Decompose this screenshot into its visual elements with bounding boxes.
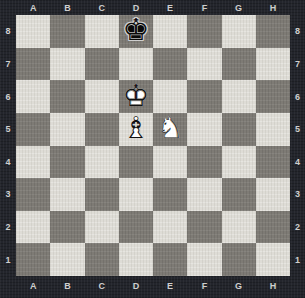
square-f8[interactable] [187, 15, 221, 48]
square-c5[interactable] [85, 113, 119, 146]
square-c1[interactable] [85, 243, 119, 276]
square-d2[interactable] [119, 211, 153, 244]
rank-label: 4 [0, 146, 16, 179]
rank-label: 2 [0, 211, 16, 244]
file-label: B [50, 0, 84, 15]
rank-label: 5 [0, 113, 16, 146]
file-label: C [85, 276, 119, 296]
square-h7[interactable] [256, 48, 290, 81]
knight-outline-glyph: ♘ [157, 113, 184, 143]
square-b3[interactable] [50, 178, 84, 211]
square-a4[interactable] [16, 146, 50, 179]
square-h5[interactable] [256, 113, 290, 146]
file-label: C [85, 0, 119, 15]
bishop-outline-glyph: ♗ [122, 113, 149, 143]
square-e2[interactable] [153, 211, 187, 244]
square-d4[interactable] [119, 146, 153, 179]
rank-label: 1 [290, 243, 305, 276]
square-b2[interactable] [50, 211, 84, 244]
rank-label: 3 [0, 178, 16, 211]
rank-label: 3 [290, 178, 305, 211]
square-h3[interactable] [256, 178, 290, 211]
square-a8[interactable] [16, 15, 50, 48]
square-a7[interactable] [16, 48, 50, 81]
square-e7[interactable] [153, 48, 187, 81]
rank-label: 6 [290, 80, 305, 113]
square-b6[interactable] [50, 80, 84, 113]
square-g4[interactable] [222, 146, 256, 179]
piece-white-knight[interactable]: ♞♘ [153, 113, 187, 146]
chess-board: ♚♚♔♝♗♞♘ [16, 15, 290, 276]
file-label: F [187, 0, 221, 15]
rank-label: 7 [290, 48, 305, 81]
square-f2[interactable] [187, 211, 221, 244]
square-a3[interactable] [16, 178, 50, 211]
rank-labels-left: 87654321 [0, 15, 16, 276]
square-d1[interactable] [119, 243, 153, 276]
square-g2[interactable] [222, 211, 256, 244]
rank-label: 2 [290, 211, 305, 244]
square-c3[interactable] [85, 178, 119, 211]
square-c2[interactable] [85, 211, 119, 244]
square-e6[interactable] [153, 80, 187, 113]
file-label: A [16, 276, 50, 296]
square-f1[interactable] [187, 243, 221, 276]
square-h4[interactable] [256, 146, 290, 179]
square-f6[interactable] [187, 80, 221, 113]
square-g7[interactable] [222, 48, 256, 81]
square-c4[interactable] [85, 146, 119, 179]
file-labels-top: ABCDEFGH [16, 0, 290, 15]
square-b7[interactable] [50, 48, 84, 81]
square-h2[interactable] [256, 211, 290, 244]
square-h1[interactable] [256, 243, 290, 276]
piece-black-king[interactable]: ♚ [119, 15, 153, 48]
square-d5[interactable]: ♝♗ [119, 113, 153, 146]
rank-label: 5 [290, 113, 305, 146]
square-d7[interactable] [119, 48, 153, 81]
rank-label: 8 [0, 15, 16, 48]
file-label: G [222, 0, 256, 15]
chess-diagram: ABCDEFGH ABCDEFGH 87654321 87654321 ♚♚♔♝… [0, 0, 305, 298]
square-c7[interactable] [85, 48, 119, 81]
square-h6[interactable] [256, 80, 290, 113]
square-e4[interactable] [153, 146, 187, 179]
square-d3[interactable] [119, 178, 153, 211]
square-d6[interactable]: ♚♔ [119, 80, 153, 113]
king-glyph: ♚ [122, 15, 149, 45]
file-labels-bottom: ABCDEFGH [16, 276, 290, 296]
square-g5[interactable] [222, 113, 256, 146]
square-c6[interactable] [85, 80, 119, 113]
piece-white-king[interactable]: ♚♔ [119, 80, 153, 113]
file-label: F [187, 276, 221, 296]
square-c8[interactable] [85, 15, 119, 48]
file-label: E [153, 276, 187, 296]
file-label: D [119, 276, 153, 296]
square-e3[interactable] [153, 178, 187, 211]
piece-white-bishop[interactable]: ♝♗ [119, 113, 153, 146]
square-b8[interactable] [50, 15, 84, 48]
file-label: G [222, 276, 256, 296]
rank-labels-right: 87654321 [290, 15, 305, 276]
king-outline-glyph: ♔ [122, 80, 149, 110]
square-f3[interactable] [187, 178, 221, 211]
square-g1[interactable] [222, 243, 256, 276]
square-g6[interactable] [222, 80, 256, 113]
square-e8[interactable] [153, 15, 187, 48]
file-label: H [256, 276, 290, 296]
square-a2[interactable] [16, 211, 50, 244]
square-h8[interactable] [256, 15, 290, 48]
square-e1[interactable] [153, 243, 187, 276]
square-b5[interactable] [50, 113, 84, 146]
square-d8[interactable]: ♚ [119, 15, 153, 48]
square-f7[interactable] [187, 48, 221, 81]
square-g3[interactable] [222, 178, 256, 211]
square-g8[interactable] [222, 15, 256, 48]
square-b1[interactable] [50, 243, 84, 276]
rank-label: 6 [0, 80, 16, 113]
rank-label: 7 [0, 48, 16, 81]
square-a6[interactable] [16, 80, 50, 113]
rank-label: 1 [0, 243, 16, 276]
square-e5[interactable]: ♞♘ [153, 113, 187, 146]
rank-label: 8 [290, 15, 305, 48]
rank-label: 4 [290, 146, 305, 179]
file-label: B [50, 276, 84, 296]
square-f4[interactable] [187, 146, 221, 179]
file-label: H [256, 0, 290, 15]
square-a1[interactable] [16, 243, 50, 276]
file-label: A [16, 0, 50, 15]
file-label: E [153, 0, 187, 15]
square-a5[interactable] [16, 113, 50, 146]
square-b4[interactable] [50, 146, 84, 179]
square-f5[interactable] [187, 113, 221, 146]
